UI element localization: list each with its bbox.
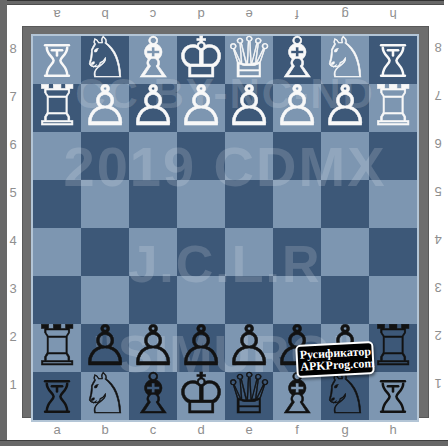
rank-label-left-2: 2 [2, 312, 24, 360]
piece-white-pawn[interactable]: ♙ [128, 82, 178, 130]
rank-label-right-5: 5 [428, 168, 448, 216]
piece-cell-b7: ♙ [81, 84, 129, 132]
piece-black-knight[interactable]: ♘ [320, 370, 370, 418]
file-label-top-g: g [321, 4, 369, 24]
file-label-bottom-a: a [33, 420, 81, 440]
piece-black-hourglass[interactable] [40, 376, 74, 417]
russifier-line2: APKProg.com [300, 357, 371, 373]
piece-cell-a4 [33, 228, 81, 276]
piece-cell-e1: ♕ [225, 372, 273, 420]
rank-labels-right: 87654321 [428, 24, 448, 408]
piece-black-bishop[interactable]: ♗ [272, 370, 322, 418]
piece-cell-d7: ♙ [177, 84, 225, 132]
piece-cell-d4 [177, 228, 225, 276]
piece-cell-h7: ♖ [369, 84, 417, 132]
piece-cell-b6 [81, 132, 129, 180]
rank-label-right-6: 6 [428, 120, 448, 168]
rank-label-left-4: 4 [2, 216, 24, 264]
piece-cell-c7: ♙ [129, 84, 177, 132]
piece-cell-b1: ♘ [81, 372, 129, 420]
file-label-top-h: h [369, 4, 417, 24]
rank-label-left-3: 3 [2, 264, 24, 312]
russifier-watermark: Русификатор APKProg.com [295, 341, 375, 378]
rank-label-left-6: 6 [2, 120, 24, 168]
piece-cell-f5 [273, 180, 321, 228]
rank-label-right-2: 2 [428, 312, 448, 360]
file-label-top-e: e [225, 4, 273, 24]
piece-cell-b4 [81, 228, 129, 276]
rank-label-right-7: 7 [428, 72, 448, 120]
piece-cell-h1 [369, 372, 417, 420]
piece-cell-h4 [369, 228, 417, 276]
piece-cell-g1: ♘ [321, 372, 369, 420]
piece-white-pawn[interactable]: ♙ [80, 82, 130, 130]
piece-cell-e5 [225, 180, 273, 228]
piece-white-pawn[interactable]: ♙ [272, 82, 322, 130]
piece-cell-g5 [321, 180, 369, 228]
piece-black-rook[interactable]: ♖ [32, 322, 82, 370]
rank-labels-left: 87654321 [2, 24, 24, 408]
rank-label-right-1: 1 [428, 360, 448, 408]
piece-cell-d6 [177, 132, 225, 180]
piece-cell-g6 [321, 132, 369, 180]
rank-label-left-1: 1 [2, 360, 24, 408]
file-label-top-a: a [33, 4, 81, 24]
piece-cell-g7: ♙ [321, 84, 369, 132]
file-label-top-c: c [129, 4, 177, 24]
rank-label-left-5: 5 [2, 168, 24, 216]
piece-cell-h2: ♖ [369, 324, 417, 372]
piece-cell-d1: ♔ [177, 372, 225, 420]
piece-white-pawn[interactable]: ♙ [320, 82, 370, 130]
piece-cell-c4 [129, 228, 177, 276]
file-label-top-d: d [177, 4, 225, 24]
piece-cell-d5 [177, 180, 225, 228]
rank-label-right-3: 3 [428, 264, 448, 312]
piece-cell-h6 [369, 132, 417, 180]
rank-label-left-7: 7 [2, 72, 24, 120]
piece-white-pawn[interactable]: ♙ [224, 82, 274, 130]
piece-cell-a5 [33, 180, 81, 228]
piece-cell-e4 [225, 228, 273, 276]
piece-cell-c5 [129, 180, 177, 228]
file-labels-top-rotated: abcdefgh [33, 4, 417, 24]
piece-cell-e7: ♙ [225, 84, 273, 132]
piece-black-knight[interactable]: ♘ [80, 370, 130, 418]
piece-cell-b5 [81, 180, 129, 228]
file-label-top-f: f [273, 4, 321, 24]
piece-black-hourglass[interactable] [376, 376, 410, 417]
chess-app-screenshot: CC BY-NC-ND 2019 CDMX J.C.L.R "SIMURG" ♘… [0, 0, 448, 446]
rank-label-right-4: 4 [428, 216, 448, 264]
piece-cell-f6 [273, 132, 321, 180]
piece-black-queen[interactable]: ♕ [224, 370, 274, 418]
piece-cell-f7: ♙ [273, 84, 321, 132]
piece-cell-f4 [273, 228, 321, 276]
piece-white-rook[interactable]: ♖ [32, 82, 82, 130]
piece-cell-a6 [33, 132, 81, 180]
piece-white-rook[interactable]: ♖ [368, 82, 418, 130]
piece-cell-c6 [129, 132, 177, 180]
piece-cell-c1: ♗ [129, 372, 177, 420]
rank-label-left-8: 8 [2, 24, 24, 72]
file-label-top-b: b [81, 4, 129, 24]
piece-cell-e6 [225, 132, 273, 180]
piece-cell-a7: ♖ [33, 84, 81, 132]
piece-white-pawn[interactable]: ♙ [176, 82, 226, 130]
rank-label-right-8: 8 [428, 24, 448, 72]
piece-cell-a1 [33, 372, 81, 420]
file-label-bottom-h: h [369, 420, 417, 440]
piece-cell-h5 [369, 180, 417, 228]
bottom-chrome-bar [0, 440, 448, 446]
piece-cell-a2: ♖ [33, 324, 81, 372]
piece-cell-f1: ♗ [273, 372, 321, 420]
piece-black-rook[interactable]: ♖ [368, 322, 418, 370]
piece-cell-g4 [321, 228, 369, 276]
piece-black-king[interactable]: ♔ [176, 370, 226, 418]
piece-black-bishop[interactable]: ♗ [128, 370, 178, 418]
